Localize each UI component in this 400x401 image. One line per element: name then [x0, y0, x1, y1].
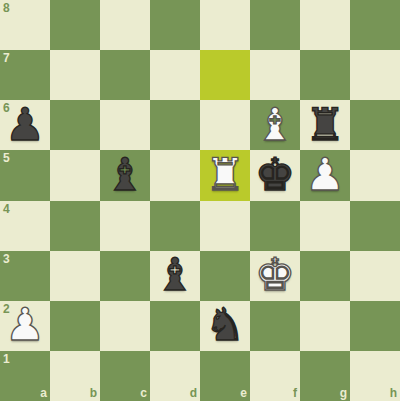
square-h7[interactable] — [350, 50, 400, 100]
square-a2[interactable]: 2♟ — [0, 301, 50, 351]
square-f8[interactable] — [250, 0, 300, 50]
file-label-a: a — [40, 386, 47, 400]
square-e4[interactable] — [200, 201, 250, 251]
square-g6[interactable]: ♜ — [300, 100, 350, 150]
square-a7[interactable]: 7 — [0, 50, 50, 100]
square-e7[interactable] — [200, 50, 250, 100]
square-g8[interactable] — [300, 0, 350, 50]
rank-label-8: 8 — [3, 1, 10, 15]
square-f5[interactable]: ♚ — [250, 150, 300, 200]
square-f1[interactable]: f — [250, 351, 300, 401]
square-h4[interactable] — [350, 201, 400, 251]
white-pawn[interactable]: ♟ — [300, 150, 350, 200]
square-a6[interactable]: 6♟ — [0, 100, 50, 150]
square-d3[interactable]: ♝ — [150, 251, 200, 301]
black-knight[interactable]: ♞ — [200, 301, 250, 351]
square-e3[interactable] — [200, 251, 250, 301]
white-king[interactable]: ♚ — [250, 251, 300, 301]
square-b6[interactable] — [50, 100, 100, 150]
square-c8[interactable] — [100, 0, 150, 50]
file-label-c: c — [140, 386, 147, 400]
black-rook[interactable]: ♜ — [300, 100, 350, 150]
black-bishop[interactable]: ♝ — [150, 251, 200, 301]
square-h2[interactable] — [350, 301, 400, 351]
square-f6[interactable]: ♝ — [250, 100, 300, 150]
square-f3[interactable]: ♚ — [250, 251, 300, 301]
rank-label-1: 1 — [3, 352, 10, 366]
square-e6[interactable] — [200, 100, 250, 150]
square-c2[interactable] — [100, 301, 150, 351]
square-f4[interactable] — [250, 201, 300, 251]
square-d6[interactable] — [150, 100, 200, 150]
square-d1[interactable]: d — [150, 351, 200, 401]
square-a3[interactable]: 3 — [0, 251, 50, 301]
square-d8[interactable] — [150, 0, 200, 50]
square-d4[interactable] — [150, 201, 200, 251]
square-e2[interactable]: ♞ — [200, 301, 250, 351]
square-b5[interactable] — [50, 150, 100, 200]
white-bishop[interactable]: ♝ — [250, 100, 300, 150]
square-c4[interactable] — [100, 201, 150, 251]
square-e1[interactable]: e — [200, 351, 250, 401]
square-g3[interactable] — [300, 251, 350, 301]
rank-label-5: 5 — [3, 151, 10, 165]
square-f7[interactable] — [250, 50, 300, 100]
square-c1[interactable]: c — [100, 351, 150, 401]
file-label-d: d — [190, 386, 197, 400]
square-e5[interactable]: ♜ — [200, 150, 250, 200]
square-a8[interactable]: 8 — [0, 0, 50, 50]
square-b3[interactable] — [50, 251, 100, 301]
white-pawn[interactable]: ♟ — [0, 301, 50, 351]
square-c3[interactable] — [100, 251, 150, 301]
square-g4[interactable] — [300, 201, 350, 251]
file-label-b: b — [90, 386, 97, 400]
square-d2[interactable] — [150, 301, 200, 351]
rank-label-3: 3 — [3, 252, 10, 266]
square-g5[interactable]: ♟ — [300, 150, 350, 200]
black-bishop[interactable]: ♝ — [100, 150, 150, 200]
square-g2[interactable] — [300, 301, 350, 351]
rank-label-7: 7 — [3, 51, 10, 65]
square-b7[interactable] — [50, 50, 100, 100]
square-g7[interactable] — [300, 50, 350, 100]
white-rook[interactable]: ♜ — [200, 150, 250, 200]
file-label-e: e — [240, 386, 247, 400]
square-h8[interactable] — [350, 0, 400, 50]
square-h1[interactable]: h — [350, 351, 400, 401]
square-h5[interactable] — [350, 150, 400, 200]
file-label-f: f — [293, 386, 297, 400]
square-c7[interactable] — [100, 50, 150, 100]
file-label-h: h — [390, 386, 397, 400]
file-label-g: g — [340, 386, 347, 400]
square-a5[interactable]: 5 — [0, 150, 50, 200]
square-c6[interactable] — [100, 100, 150, 150]
square-b8[interactable] — [50, 0, 100, 50]
rank-label-4: 4 — [3, 202, 10, 216]
square-b1[interactable]: b — [50, 351, 100, 401]
black-king[interactable]: ♚ — [250, 150, 300, 200]
square-c5[interactable]: ♝ — [100, 150, 150, 200]
square-b4[interactable] — [50, 201, 100, 251]
square-d5[interactable] — [150, 150, 200, 200]
square-a1[interactable]: 1a — [0, 351, 50, 401]
square-h6[interactable] — [350, 100, 400, 150]
square-b2[interactable] — [50, 301, 100, 351]
square-d7[interactable] — [150, 50, 200, 100]
square-g1[interactable]: g — [300, 351, 350, 401]
black-pawn[interactable]: ♟ — [0, 100, 50, 150]
square-e8[interactable] — [200, 0, 250, 50]
square-a4[interactable]: 4 — [0, 201, 50, 251]
square-f2[interactable] — [250, 301, 300, 351]
chess-board: 876♟♝♜5♝♜♚♟43♝♚2♟♞1abcdefgh — [0, 0, 400, 401]
square-h3[interactable] — [350, 251, 400, 301]
